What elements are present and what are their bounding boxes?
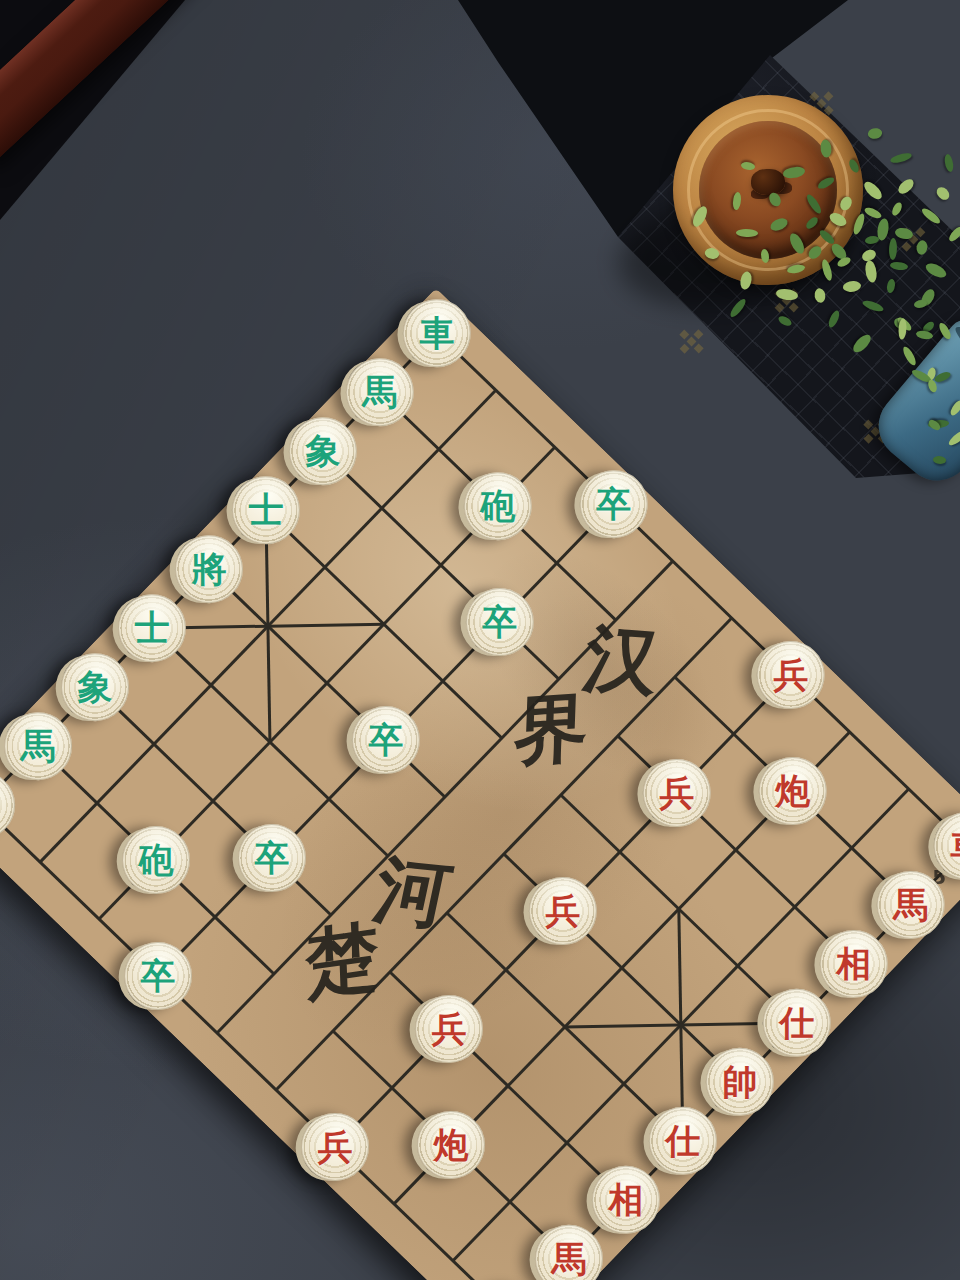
gold-flower-emblem (687, 337, 697, 347)
river-text-char: 界 (505, 680, 598, 777)
river-text-char: 楚 (296, 908, 388, 1011)
plant-leaf (761, 249, 769, 263)
jar-knob (751, 169, 785, 195)
plant-leaf (935, 185, 951, 202)
photo-scene: 汉界河楚5⌀5車馬象士將士象馬車砲砲卒卒卒卒卒兵兵兵兵兵炮炮車馬相仕帥仕相馬車 (0, 0, 960, 1280)
plant-leaf (944, 154, 954, 173)
plant-leaf (889, 152, 912, 164)
plant-leaf (867, 127, 883, 140)
